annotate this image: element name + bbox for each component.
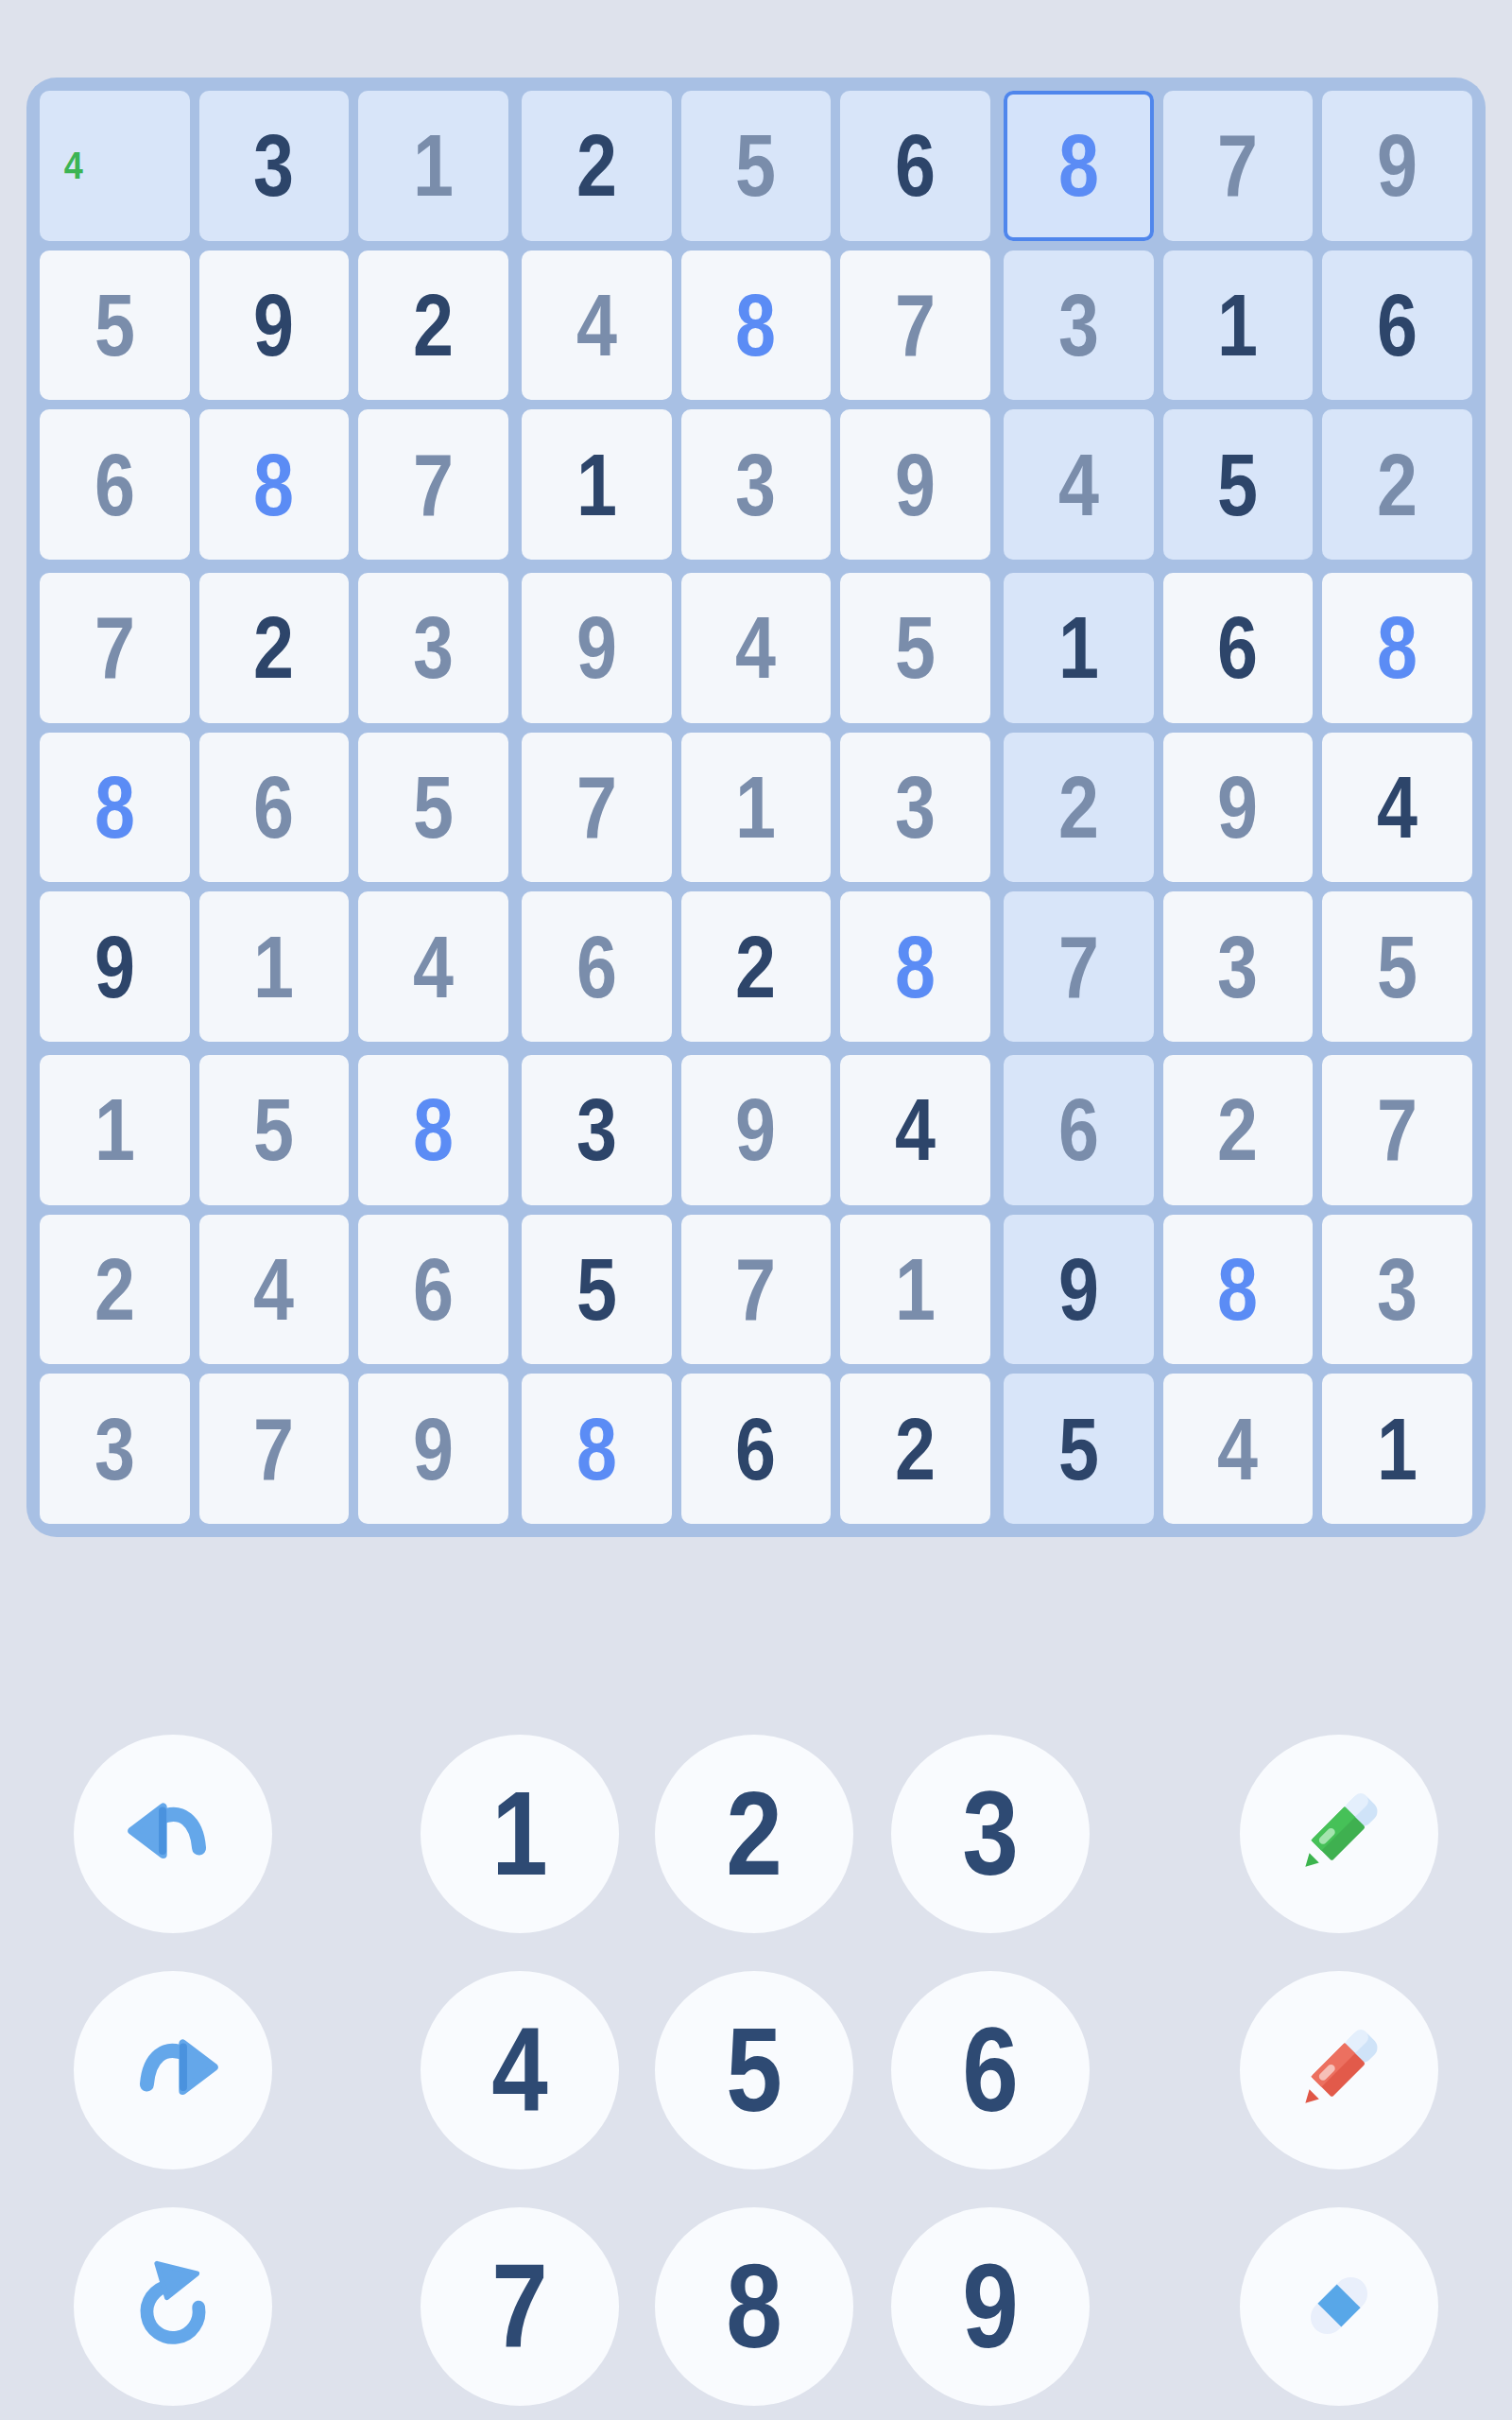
cell-digit: 6 — [254, 764, 295, 851]
cell-r1c2[interactable]: 3 — [199, 91, 350, 241]
cell-r2c2[interactable]: 9 — [199, 251, 350, 401]
box-5: 945713628 — [522, 573, 990, 1042]
cell-digit: 1 — [413, 122, 454, 209]
cell-digit: 6 — [1218, 604, 1259, 691]
cell-r8c4[interactable]: 5 — [522, 1215, 672, 1365]
cell-r6c3[interactable]: 4 — [358, 891, 508, 1042]
note-slot-7 — [55, 187, 92, 228]
cell-digit: 6 — [576, 924, 617, 1011]
cell-r9c5[interactable]: 6 — [681, 1374, 832, 1524]
undo-arrow-icon — [118, 1789, 228, 1879]
cell-r6c5[interactable]: 2 — [681, 891, 832, 1042]
cell-digit: 4 — [254, 1246, 295, 1333]
cell-digit: 4 — [576, 282, 617, 369]
digit-4-button[interactable]: 4 — [421, 1971, 619, 2169]
cell-digit: 2 — [1058, 764, 1099, 851]
eraser-button[interactable] — [1240, 2207, 1438, 2406]
cell-r3c8[interactable]: 5 — [1163, 409, 1314, 560]
cell-r7c3[interactable]: 8 — [358, 1055, 508, 1205]
cell-digit: 9 — [576, 604, 617, 691]
cell-digit: 9 — [1058, 1246, 1099, 1333]
cell-r7c2[interactable]: 5 — [199, 1055, 350, 1205]
cell-r4c3[interactable]: 3 — [358, 573, 508, 723]
undo-button[interactable] — [74, 1735, 272, 1933]
cell-digit: 8 — [1058, 122, 1099, 209]
cell-digit: 4 — [413, 924, 454, 1011]
cell-digit: 2 — [895, 1406, 936, 1493]
cell-r8c9[interactable]: 3 — [1322, 1215, 1472, 1365]
cell-r1c8[interactable]: 7 — [1163, 91, 1314, 241]
cell-digit: 2 — [576, 122, 617, 209]
cell-r9c4[interactable]: 8 — [522, 1374, 672, 1524]
cell-r6c6[interactable]: 8 — [840, 891, 990, 1042]
pencil-notes-grid: 4 — [53, 104, 177, 228]
restart-button[interactable] — [74, 2207, 272, 2406]
digit-7-button[interactable]: 7 — [421, 2207, 619, 2406]
cell-r3c2[interactable]: 8 — [199, 409, 350, 560]
cell-digit: 2 — [94, 1246, 135, 1333]
cell-r8c2[interactable]: 4 — [199, 1215, 350, 1365]
cell-r6c9[interactable]: 5 — [1322, 891, 1472, 1042]
redo-arrow-icon — [118, 2026, 228, 2116]
box-2: 256487139 — [522, 91, 990, 560]
box-1: 431592687 — [40, 91, 508, 560]
digit-5-button[interactable]: 5 — [655, 1971, 853, 2169]
cell-r4c4[interactable]: 9 — [522, 573, 672, 723]
note-slot-6 — [137, 145, 174, 187]
cell-digit: 3 — [94, 1406, 135, 1493]
cell-digit: 9 — [1218, 764, 1259, 851]
cell-r3c1[interactable]: 6 — [40, 409, 190, 560]
cell-digit: 7 — [576, 764, 617, 851]
cell-r7c6[interactable]: 4 — [840, 1055, 990, 1205]
cell-digit: 3 — [895, 764, 936, 851]
cell-r8c3[interactable]: 6 — [358, 1215, 508, 1365]
cell-r9c6[interactable]: 2 — [840, 1374, 990, 1524]
cell-digit: 5 — [94, 282, 135, 369]
cell-r9c7[interactable]: 5 — [1004, 1374, 1154, 1524]
note-slot-1 — [55, 104, 92, 145]
cell-digit: 9 — [94, 924, 135, 1011]
redo-button[interactable] — [74, 1971, 272, 2169]
cell-digit: 2 — [1377, 441, 1417, 528]
cell-r1c1[interactable]: 4 — [40, 91, 190, 241]
cell-digit: 7 — [94, 604, 135, 691]
note-slot-2 — [96, 104, 133, 145]
cell-r1c5[interactable]: 5 — [681, 91, 832, 241]
button-digit-label: 1 — [491, 1774, 548, 1893]
cell-digit: 7 — [736, 1246, 777, 1333]
cell-r2c9[interactable]: 6 — [1322, 251, 1472, 401]
cell-r7c8[interactable]: 2 — [1163, 1055, 1314, 1205]
note-slot-4: 4 — [55, 145, 92, 187]
cell-r2c1[interactable]: 5 — [40, 251, 190, 401]
eraser-icon — [1287, 2254, 1391, 2360]
cell-r3c5[interactable]: 3 — [681, 409, 832, 560]
cell-r3c9[interactable]: 2 — [1322, 409, 1472, 560]
cell-r4c9[interactable]: 8 — [1322, 573, 1472, 723]
cell-digit: 9 — [254, 282, 295, 369]
cell-digit: 5 — [736, 122, 777, 209]
cell-r1c7[interactable]: 8 — [1004, 91, 1154, 241]
button-digit-label: 8 — [726, 2247, 782, 2366]
cell-digit: 1 — [254, 924, 295, 1011]
cell-r5c8[interactable]: 9 — [1163, 733, 1314, 883]
cell-digit: 3 — [1377, 1246, 1417, 1333]
cell-r3c3[interactable]: 7 — [358, 409, 508, 560]
cell-digit: 6 — [1377, 282, 1417, 369]
cell-r3c7[interactable]: 4 — [1004, 409, 1154, 560]
cell-r6c4[interactable]: 6 — [522, 891, 672, 1042]
cell-r4c1[interactable]: 7 — [40, 573, 190, 723]
cell-digit: 8 — [895, 924, 936, 1011]
cell-r4c8[interactable]: 6 — [1163, 573, 1314, 723]
cell-r7c5[interactable]: 9 — [681, 1055, 832, 1205]
cell-r9c1[interactable]: 3 — [40, 1374, 190, 1524]
box-9: 627983541 — [1004, 1055, 1472, 1524]
cell-digit: 5 — [576, 1246, 617, 1333]
note-slot-8 — [96, 187, 133, 228]
note-slot-3 — [137, 104, 174, 145]
cell-digit: 4 — [1377, 764, 1417, 851]
cell-digit: 9 — [736, 1086, 777, 1173]
cell-digit: 2 — [736, 924, 777, 1011]
cell-digit: 1 — [1377, 1406, 1417, 1493]
note-slot-9 — [137, 187, 174, 228]
cell-r5c5[interactable]: 1 — [681, 733, 832, 883]
cell-digit: 8 — [576, 1406, 617, 1493]
cell-digit: 9 — [895, 441, 936, 528]
note-slot-5 — [96, 145, 133, 187]
cell-digit: 5 — [1377, 924, 1417, 1011]
cell-digit: 5 — [254, 1086, 295, 1173]
button-digit-label: 2 — [726, 1774, 782, 1893]
cell-digit: 3 — [736, 441, 777, 528]
cell-digit: 2 — [413, 282, 454, 369]
cell-digit: 8 — [1218, 1246, 1259, 1333]
cell-digit: 8 — [413, 1086, 454, 1173]
cell-digit: 8 — [254, 441, 295, 528]
cell-r6c8[interactable]: 3 — [1163, 891, 1314, 1042]
button-digit-label: 5 — [726, 2011, 782, 2130]
cell-digit: 9 — [413, 1406, 454, 1493]
cell-digit: 8 — [1377, 604, 1417, 691]
box-3: 879316452 — [1004, 91, 1472, 560]
cell-digit: 8 — [736, 282, 777, 369]
cell-digit: 7 — [1377, 1086, 1417, 1173]
red-pencil-icon — [1282, 2013, 1396, 2129]
cell-r4c5[interactable]: 4 — [681, 573, 832, 723]
cell-r8c5[interactable]: 7 — [681, 1215, 832, 1365]
cell-digit: 8 — [94, 764, 135, 851]
cell-r2c7[interactable]: 3 — [1004, 251, 1154, 401]
cell-digit: 3 — [1058, 282, 1099, 369]
cell-r1c9[interactable]: 9 — [1322, 91, 1472, 241]
cell-digit: 7 — [1058, 924, 1099, 1011]
cell-digit: 5 — [1218, 441, 1259, 528]
cell-r6c7[interactable]: 7 — [1004, 891, 1154, 1042]
cell-digit: 2 — [1218, 1086, 1259, 1173]
cell-r5c6[interactable]: 3 — [840, 733, 990, 883]
digit-3-button[interactable]: 3 — [891, 1735, 1090, 1933]
cell-digit: 5 — [895, 604, 936, 691]
digit-2-button[interactable]: 2 — [655, 1735, 853, 1933]
cell-digit: 6 — [94, 441, 135, 528]
cell-digit: 6 — [736, 1406, 777, 1493]
cell-digit: 6 — [1058, 1086, 1099, 1173]
cell-r6c2[interactable]: 1 — [199, 891, 350, 1042]
box-6: 168294735 — [1004, 573, 1472, 1042]
cell-r5c2[interactable]: 6 — [199, 733, 350, 883]
cell-digit: 5 — [1058, 1406, 1099, 1493]
cell-r8c7[interactable]: 9 — [1004, 1215, 1154, 1365]
cell-r5c7[interactable]: 2 — [1004, 733, 1154, 883]
notes-pencil-button[interactable] — [1240, 1735, 1438, 1933]
cell-r6c1[interactable]: 9 — [40, 891, 190, 1042]
cell-r7c9[interactable]: 7 — [1322, 1055, 1472, 1205]
cell-r4c7[interactable]: 1 — [1004, 573, 1154, 723]
box-8: 394571862 — [522, 1055, 990, 1524]
cell-r2c4[interactable]: 4 — [522, 251, 672, 401]
cell-digit: 7 — [1218, 122, 1259, 209]
cell-r2c3[interactable]: 2 — [358, 251, 508, 401]
button-digit-label: 3 — [962, 1774, 1019, 1893]
cell-r9c8[interactable]: 4 — [1163, 1374, 1314, 1524]
cell-digit: 7 — [254, 1406, 295, 1493]
cell-r5c3[interactable]: 5 — [358, 733, 508, 883]
cell-digit: 1 — [895, 1246, 936, 1333]
cell-r4c2[interactable]: 2 — [199, 573, 350, 723]
cell-digit: 1 — [576, 441, 617, 528]
button-digit-label: 6 — [962, 2011, 1019, 2130]
cell-digit: 4 — [895, 1086, 936, 1173]
cell-digit: 3 — [1218, 924, 1259, 1011]
cell-r2c6[interactable]: 7 — [840, 251, 990, 401]
cell-digit: 1 — [736, 764, 777, 851]
cell-r8c6[interactable]: 1 — [840, 1215, 990, 1365]
digit-9-button[interactable]: 9 — [891, 2207, 1090, 2406]
cell-digit: 3 — [254, 122, 295, 209]
cell-digit: 5 — [413, 764, 454, 851]
cell-r2c8[interactable]: 1 — [1163, 251, 1314, 401]
cell-digit: 2 — [254, 604, 295, 691]
cell-digit: 4 — [1058, 441, 1099, 528]
box-7: 158246379 — [40, 1055, 508, 1524]
cell-r8c1[interactable]: 2 — [40, 1215, 190, 1365]
cell-r1c6[interactable]: 6 — [840, 91, 990, 241]
cell-r3c6[interactable]: 9 — [840, 409, 990, 560]
correction-pencil-button[interactable] — [1240, 1971, 1438, 2169]
cell-digit: 4 — [1218, 1406, 1259, 1493]
cell-digit: 7 — [413, 441, 454, 528]
cell-digit: 1 — [1218, 282, 1259, 369]
cell-r4c6[interactable]: 5 — [840, 573, 990, 723]
cell-digit: 1 — [94, 1086, 135, 1173]
cell-r9c9[interactable]: 1 — [1322, 1374, 1472, 1524]
sudoku-board: 4315926872564871398793164527238659149457… — [26, 78, 1486, 1537]
cell-r5c1[interactable]: 8 — [40, 733, 190, 883]
cell-r8c8[interactable]: 8 — [1163, 1215, 1314, 1365]
cell-r2c5[interactable]: 8 — [681, 251, 832, 401]
green-pencil-icon — [1282, 1776, 1396, 1893]
cell-r3c4[interactable]: 1 — [522, 409, 672, 560]
cell-r5c9[interactable]: 4 — [1322, 733, 1472, 883]
digit-6-button[interactable]: 6 — [891, 1971, 1090, 2169]
cell-r1c3[interactable]: 1 — [358, 91, 508, 241]
cell-digit: 3 — [413, 604, 454, 691]
cell-r7c4[interactable]: 3 — [522, 1055, 672, 1205]
cell-digit: 3 — [576, 1086, 617, 1173]
cell-r9c3[interactable]: 9 — [358, 1374, 508, 1524]
cell-r1c4[interactable]: 2 — [522, 91, 672, 241]
cell-r5c4[interactable]: 7 — [522, 733, 672, 883]
cell-digit: 1 — [1058, 604, 1099, 691]
cell-digit: 6 — [895, 122, 936, 209]
cell-digit: 4 — [736, 604, 777, 691]
button-digit-label: 4 — [491, 2011, 548, 2130]
button-digit-label: 9 — [962, 2247, 1019, 2366]
digit-8-button[interactable]: 8 — [655, 2207, 853, 2406]
cell-r9c2[interactable]: 7 — [199, 1374, 350, 1524]
box-4: 723865914 — [40, 573, 508, 1042]
cell-r7c1[interactable]: 1 — [40, 1055, 190, 1205]
cell-digit: 7 — [895, 282, 936, 369]
cell-r7c7[interactable]: 6 — [1004, 1055, 1154, 1205]
button-digit-label: 7 — [491, 2247, 548, 2366]
cell-digit: 9 — [1377, 122, 1417, 209]
cell-digit: 6 — [413, 1246, 454, 1333]
digit-1-button[interactable]: 1 — [421, 1735, 619, 1933]
restart-arrow-icon — [123, 2256, 223, 2359]
